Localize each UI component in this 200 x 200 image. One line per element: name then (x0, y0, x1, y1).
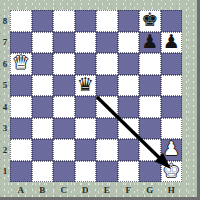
square-d7[interactable] (75, 32, 97, 54)
square-h8[interactable] (161, 10, 183, 32)
square-f7[interactable] (118, 32, 140, 54)
square-h2[interactable]: ♟ (161, 139, 183, 161)
square-e5[interactable] (96, 75, 118, 97)
square-d5[interactable]: ♛ (75, 75, 97, 97)
rank-label-7: 7 (0, 32, 10, 54)
square-g2[interactable] (139, 139, 161, 161)
chess-diagram: 87654321 ABCDEFGH ♚♟♟♛♛♟♚ (0, 0, 200, 200)
square-a8[interactable] (10, 10, 32, 32)
file-label-H: H (161, 183, 183, 197)
file-label-B: B (32, 183, 54, 197)
square-a1[interactable] (10, 161, 32, 183)
square-h6[interactable] (161, 53, 183, 75)
square-g1[interactable] (139, 161, 161, 183)
square-f8[interactable] (118, 10, 140, 32)
square-c8[interactable] (53, 10, 75, 32)
square-d6[interactable] (75, 53, 97, 75)
square-f5[interactable] (118, 75, 140, 97)
file-label-F: F (118, 183, 140, 197)
square-h5[interactable] (161, 75, 183, 97)
square-a7[interactable] (10, 32, 32, 54)
square-g8[interactable]: ♚ (139, 10, 161, 32)
square-g4[interactable] (139, 96, 161, 118)
square-h3[interactable] (161, 118, 183, 140)
rank-label-2: 2 (0, 139, 10, 161)
file-label-C: C (53, 183, 75, 197)
square-e2[interactable] (96, 139, 118, 161)
black-queen-d5[interactable]: ♛ (77, 75, 94, 94)
square-h7[interactable]: ♟ (161, 32, 183, 54)
square-c5[interactable] (53, 75, 75, 97)
square-a6[interactable]: ♛ (10, 53, 32, 75)
square-c3[interactable] (53, 118, 75, 140)
square-b4[interactable] (32, 96, 54, 118)
white-pawn-h2[interactable]: ♟ (163, 139, 180, 158)
rank-label-5: 5 (0, 75, 10, 97)
square-f1[interactable] (118, 161, 140, 183)
black-pawn-g7[interactable]: ♟ (141, 32, 158, 51)
file-label-E: E (96, 183, 118, 197)
square-e1[interactable] (96, 161, 118, 183)
square-a4[interactable] (10, 96, 32, 118)
square-h1[interactable]: ♚ (161, 161, 183, 183)
frame-shadow-right (197, 0, 200, 200)
file-label-G: G (139, 183, 161, 197)
square-b5[interactable] (32, 75, 54, 97)
square-c4[interactable] (53, 96, 75, 118)
square-e6[interactable] (96, 53, 118, 75)
square-f6[interactable] (118, 53, 140, 75)
black-king-g8[interactable]: ♚ (141, 10, 158, 29)
square-g6[interactable] (139, 53, 161, 75)
square-f2[interactable] (118, 139, 140, 161)
square-b8[interactable] (32, 10, 54, 32)
square-d8[interactable] (75, 10, 97, 32)
square-e7[interactable] (96, 32, 118, 54)
rank-label-4: 4 (0, 96, 10, 118)
square-b2[interactable] (32, 139, 54, 161)
rank-label-1: 1 (0, 161, 10, 183)
frame-shadow-bottom (0, 197, 200, 200)
square-d4[interactable] (75, 96, 97, 118)
square-f3[interactable] (118, 118, 140, 140)
square-b1[interactable] (32, 161, 54, 183)
square-b3[interactable] (32, 118, 54, 140)
square-c2[interactable] (53, 139, 75, 161)
square-e8[interactable] (96, 10, 118, 32)
rank-label-8: 8 (0, 10, 10, 32)
square-c7[interactable] (53, 32, 75, 54)
square-c1[interactable] (53, 161, 75, 183)
square-g7[interactable]: ♟ (139, 32, 161, 54)
square-d1[interactable] (75, 161, 97, 183)
rank-label-3: 3 (0, 118, 10, 140)
square-g5[interactable] (139, 75, 161, 97)
black-pawn-h7[interactable]: ♟ (163, 32, 180, 51)
square-a3[interactable] (10, 118, 32, 140)
chess-board: ♚♟♟♛♛♟♚ (10, 10, 182, 182)
file-label-D: D (75, 183, 97, 197)
square-d2[interactable] (75, 139, 97, 161)
square-c6[interactable] (53, 53, 75, 75)
square-e4[interactable] (96, 96, 118, 118)
square-d3[interactable] (75, 118, 97, 140)
file-labels: ABCDEFGH (10, 183, 182, 197)
square-b7[interactable] (32, 32, 54, 54)
square-b6[interactable] (32, 53, 54, 75)
square-f4[interactable] (118, 96, 140, 118)
square-a5[interactable] (10, 75, 32, 97)
white-queen-a6[interactable]: ♛ (12, 53, 29, 72)
square-a2[interactable] (10, 139, 32, 161)
square-h4[interactable] (161, 96, 183, 118)
square-g3[interactable] (139, 118, 161, 140)
rank-label-6: 6 (0, 53, 10, 75)
rank-labels: 87654321 (0, 10, 10, 182)
square-e3[interactable] (96, 118, 118, 140)
white-king-h1[interactable]: ♚ (163, 161, 180, 180)
file-label-A: A (10, 183, 32, 197)
